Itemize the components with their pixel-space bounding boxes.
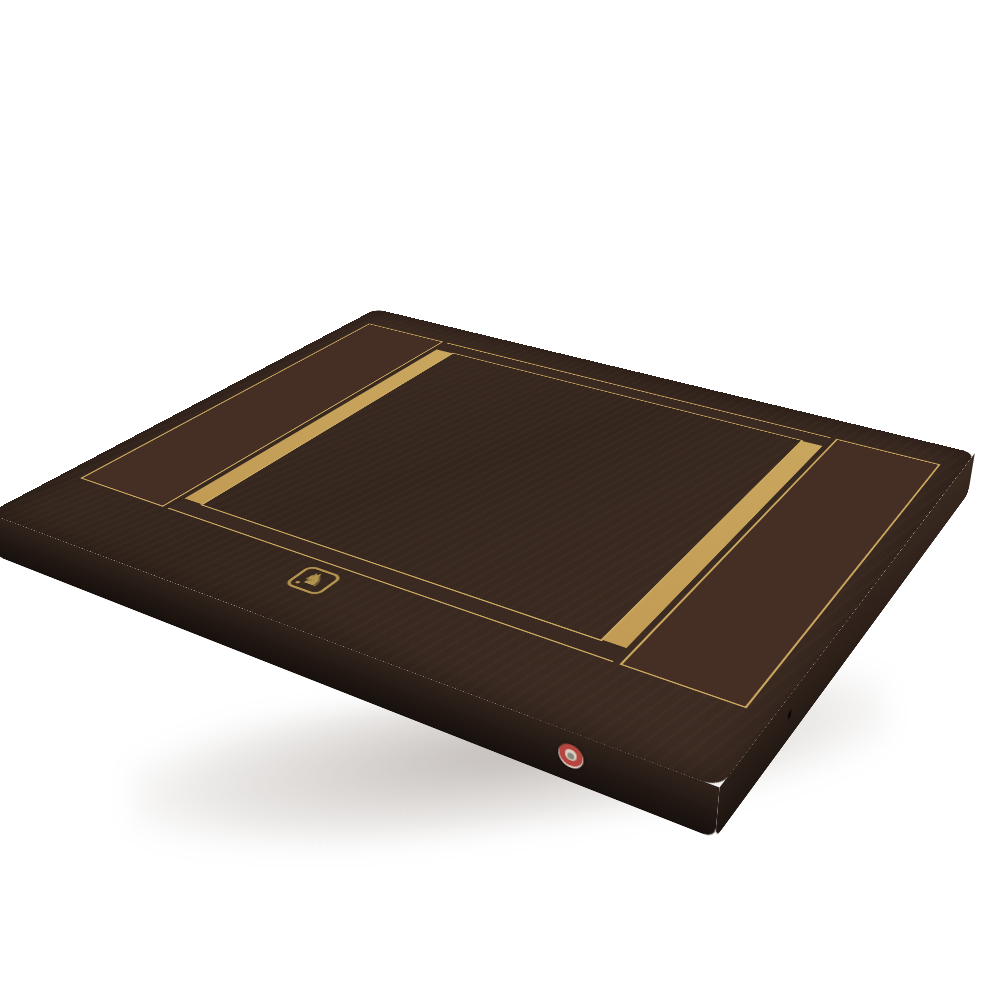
charging-port-hole [788,709,792,721]
power-button[interactable] [558,740,584,772]
logo-dot [294,581,300,584]
knight-logo-icon: ♞ [283,565,343,596]
logo-word-square [279,593,291,602]
logo-word-off [285,595,297,604]
knight-logo-glyph: ♞ [295,569,334,589]
product-scene: ♞ [0,0,999,1000]
